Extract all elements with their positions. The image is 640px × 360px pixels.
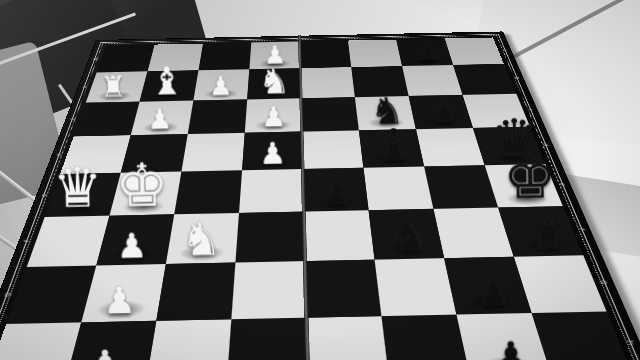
piece-white-p-d4: ♟ (259, 140, 286, 169)
piece-black-k-e8: ♚ (502, 148, 556, 205)
square-f4 (235, 212, 305, 262)
square-c4: ♟ (245, 98, 302, 133)
square-g3 (156, 262, 235, 320)
square-e4 (239, 169, 304, 213)
square-b5 (300, 67, 355, 98)
piece-white-b-b2: ♝ (149, 62, 184, 100)
square-f2: ♟ (96, 214, 174, 265)
file-label-left-a: a (69, 56, 120, 62)
piece-white-k-e2: ♚ (114, 156, 168, 213)
piece-black-p-h7: ♟ (492, 338, 529, 360)
square-d3 (181, 133, 244, 172)
square-h3 (145, 319, 231, 360)
square-h2: ♟ (64, 321, 157, 360)
board-frame: ♟♟♜♝♟♞♟♟♞♟♟♝♛♛♚♟♚♟♞♞♜♟♟♟♟ 12345678 abcde… (0, 31, 640, 360)
square-e8: ♚ (485, 164, 563, 208)
piece-black-r-f8: ♜ (530, 216, 565, 253)
photo-background: ♟♟♜♝♟♞♟♟♞♟♟♝♛♛♚♟♚♟♞♞♜♟♟♟♟ 12345678 abcde… (0, 0, 640, 360)
file-label-right-b: b (490, 75, 544, 82)
square-h5 (306, 316, 389, 360)
square-b4: ♞ (247, 68, 301, 99)
piece-white-p-b3: ♟ (208, 73, 232, 99)
perspective-scene: ♟♟♜♝♟♞♟♟♞♟♟♝♛♛♚♟♚♟♞♞♜♟♟♟♟ 12345678 abcde… (0, 0, 640, 360)
piece-black-p-e5: ♟ (321, 179, 350, 210)
square-c3 (188, 99, 247, 134)
piece-black-p-g7: ♟ (476, 276, 510, 312)
square-f6: ♞ (369, 209, 444, 259)
piece-white-p-g2: ♟ (102, 284, 136, 320)
square-a5 (300, 41, 352, 69)
piece-white-p-h2: ♟ (86, 347, 123, 360)
square-d5 (302, 130, 364, 169)
square-a7: ♟ (396, 39, 453, 67)
square-g2: ♟ (81, 264, 166, 323)
square-g6 (375, 258, 457, 316)
square-a6 (348, 40, 402, 68)
square-f5 (304, 210, 375, 260)
file-label-left-f: f (0, 236, 62, 247)
square-g5 (305, 259, 381, 317)
square-e5: ♟ (303, 168, 369, 212)
square-a3 (198, 43, 251, 71)
square-b3: ♟ (193, 69, 249, 100)
piece-white-n-f3: ♞ (180, 217, 222, 261)
square-d4: ♟ (242, 131, 303, 170)
square-g4 (231, 261, 306, 319)
piece-black-b-d6: ♝ (373, 124, 413, 166)
piece-black-n-f6: ♞ (388, 213, 430, 257)
piece-white-p-c4: ♟ (260, 104, 286, 131)
piece-white-q-e1: ♛ (52, 162, 102, 215)
square-b7 (402, 65, 462, 96)
chessboard: ♟♟♜♝♟♞♟♟♞♟♟♝♛♛♚♟♚♟♞♞♜♟♟♟♟ 12345678 abcde… (0, 31, 640, 360)
piece-white-p-c2: ♟ (146, 106, 172, 133)
piece-white-p-f2: ♟ (116, 230, 147, 263)
piece-white-r-b1: ♜ (99, 72, 126, 101)
square-d6: ♝ (359, 129, 424, 168)
piece-white-n-b4: ♞ (258, 64, 290, 98)
board-rotation-wrapper: ♟♟♜♝♟♞♟♟♞♟♟♝♛♛♚♟♚♟♞♞♜♟♟♟♟ 12345678 abcde… (0, 0, 640, 360)
piece-black-p-c7: ♟ (431, 100, 457, 127)
square-e2: ♚ (109, 172, 181, 216)
square-c2: ♟ (131, 100, 194, 135)
square-b2: ♝ (140, 70, 199, 101)
square-f3: ♞ (166, 213, 239, 264)
square-e1: ♛ (45, 173, 121, 217)
square-h1 (0, 322, 81, 360)
piece-black-p-a7: ♟ (416, 41, 439, 65)
square-c5 (301, 97, 359, 131)
square-h4 (227, 317, 308, 360)
square-g7: ♟ (444, 256, 531, 314)
